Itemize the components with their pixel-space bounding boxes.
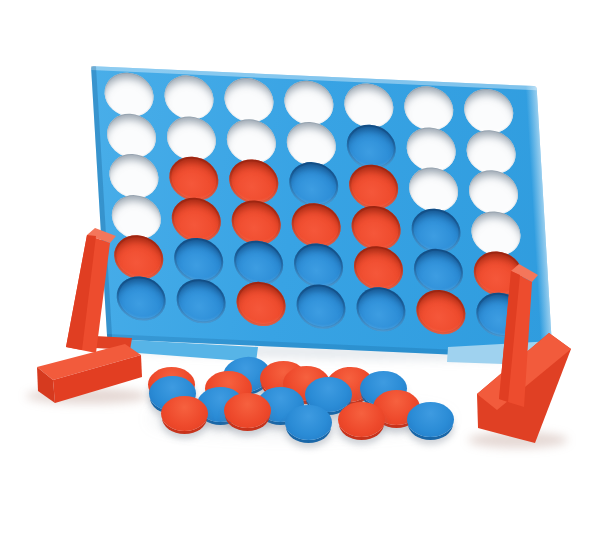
loose-disc-blue-17[interactable] bbox=[407, 402, 454, 437]
loose-disc-pile bbox=[0, 0, 600, 548]
connect-four-product-scene bbox=[0, 0, 600, 548]
loose-disc-red-3[interactable] bbox=[161, 396, 208, 431]
loose-disc-red-15[interactable] bbox=[338, 402, 385, 437]
loose-disc-red-7[interactable] bbox=[224, 393, 271, 428]
loose-disc-blue-12[interactable] bbox=[285, 405, 332, 440]
